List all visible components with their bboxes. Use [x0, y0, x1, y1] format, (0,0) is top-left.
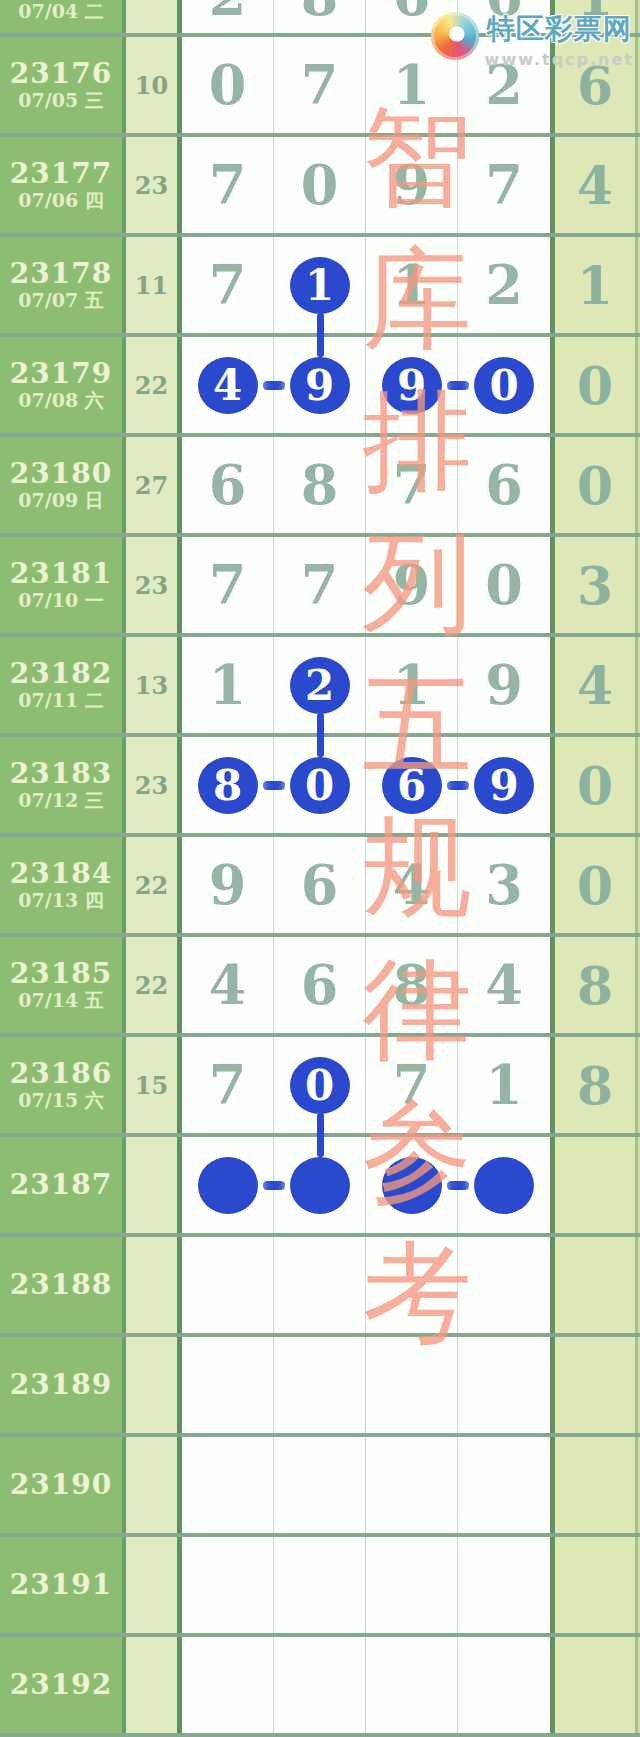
digit-cell: 7 — [366, 1037, 458, 1133]
digit: 8 — [393, 953, 431, 1017]
pailie5-trend-chart: 07/04 二286612317607/05 三10071262317707/0… — [0, 0, 640, 1737]
period-cell: 2318107/10 一 — [0, 537, 122, 633]
units-digit-cell: 0 — [555, 837, 635, 933]
digit-cell: 7 — [182, 537, 274, 633]
digit-cell: 7 — [274, 537, 366, 633]
sum-value: 27 — [135, 471, 168, 500]
digit-cell — [274, 1637, 366, 1733]
sum-value: 23 — [135, 171, 168, 200]
circled-digit: 4 — [198, 357, 258, 414]
digit-cell — [182, 1137, 274, 1233]
digit-cell: 2 — [182, 0, 274, 33]
draw-date: 07/12 三 — [18, 790, 103, 812]
draw-date: 07/14 五 — [18, 990, 103, 1012]
period-number: 23186 — [10, 1058, 112, 1090]
row-23192: 23192 — [0, 1637, 640, 1737]
units-digit-cell: 1 — [555, 237, 635, 333]
digit-cell: 0 — [182, 37, 274, 133]
logo-swirl-icon — [431, 12, 479, 60]
sum-cell: 15 — [126, 1037, 177, 1133]
row-23190: 23190 — [0, 1437, 640, 1537]
digit: 7 — [301, 53, 339, 117]
units-digit-cell — [555, 1237, 635, 1333]
units-digit: 0 — [577, 355, 613, 416]
circled-digit: 0 — [290, 1057, 350, 1114]
connector-dash — [263, 381, 285, 390]
digit-cell: 9 — [366, 537, 458, 633]
digit-cell: 9 — [182, 837, 274, 933]
period-number: 23177 — [10, 158, 112, 190]
units-digit-cell: 8 — [555, 1037, 635, 1133]
units-digit-cell — [555, 1637, 635, 1733]
row-23184: 2318407/13 四2296430 — [0, 837, 640, 937]
digit: 9 — [485, 653, 523, 717]
digit: 8 — [274, 0, 365, 28]
units-digit: 8 — [577, 955, 613, 1016]
row-23185: 2318507/14 五2246848 — [0, 937, 640, 1037]
sum-value: 22 — [135, 871, 168, 900]
sum-cell: 22 — [126, 937, 177, 1033]
digit-cell — [182, 1637, 274, 1733]
period-cell: 2318307/12 三 — [0, 737, 122, 833]
period-number: 23185 — [10, 958, 112, 990]
connector-line — [317, 1113, 324, 1157]
digit-cell — [274, 1437, 366, 1533]
circled-digit: 6 — [382, 757, 442, 814]
period-number: 23181 — [10, 558, 112, 590]
sum-value: 10 — [135, 71, 168, 100]
sum-cell — [126, 1237, 177, 1333]
row-23183: 2318307/12 三2380690 — [0, 737, 640, 837]
sum-cell: 23 — [126, 537, 177, 633]
digit: 0 — [301, 153, 339, 217]
prediction-ball — [474, 1157, 534, 1214]
digit: 6 — [209, 453, 247, 517]
digit: 0 — [485, 553, 523, 617]
units-digit: 4 — [577, 155, 613, 216]
digit-cell: 7 — [274, 37, 366, 133]
period-cell: 23190 — [0, 1437, 122, 1533]
units-digit-cell: 4 — [555, 137, 635, 233]
digit: 7 — [393, 1053, 431, 1117]
period-number: 23178 — [10, 258, 112, 290]
digit-cell — [366, 1237, 458, 1333]
units-digit: 0 — [577, 855, 613, 916]
period-cell: 23192 — [0, 1637, 122, 1733]
digit-cell — [458, 1437, 550, 1533]
digit-cell — [366, 1637, 458, 1733]
digit-cell — [182, 1237, 274, 1333]
units-digit-cell: 8 — [555, 937, 635, 1033]
units-digit: 3 — [577, 555, 613, 616]
draw-date: 07/06 四 — [18, 190, 103, 212]
digit-cell: 4 — [458, 937, 550, 1033]
circled-digit: 0 — [474, 357, 534, 414]
digit-cell: 0 — [274, 137, 366, 233]
digit-cell: 8 — [366, 937, 458, 1033]
digit: 6 — [485, 453, 523, 517]
sum-cell: 23 — [126, 737, 177, 833]
sum-cell: 13 — [126, 637, 177, 733]
digit-cell: 9 — [458, 637, 550, 733]
sum-value: 22 — [135, 371, 168, 400]
sum-value: 23 — [135, 771, 168, 800]
digit: 6 — [301, 953, 339, 1017]
period-number: 23187 — [10, 1169, 112, 1201]
period-cell: 2318207/11 二 — [0, 637, 122, 733]
digit-cell — [458, 1537, 550, 1633]
period-cell: 23191 — [0, 1537, 122, 1633]
row-23177: 2317707/06 四2370974 — [0, 137, 640, 237]
period-number: 23184 — [10, 858, 112, 890]
digit-cell — [182, 1337, 274, 1433]
digit-cell: 2 — [458, 237, 550, 333]
digit-cell: 4 — [366, 837, 458, 933]
digit-cell: 1 — [182, 637, 274, 733]
connector-dash — [263, 781, 285, 790]
circled-digit: 9 — [474, 757, 534, 814]
digit-cell: 9 — [366, 137, 458, 233]
digit: 4 — [209, 953, 247, 1017]
units-digit-cell: 4 — [555, 637, 635, 733]
units-digit-cell: 3 — [555, 537, 635, 633]
units-digit: 0 — [577, 755, 613, 816]
period-cell: 23189 — [0, 1337, 122, 1433]
draw-date: 07/08 六 — [18, 390, 103, 412]
period-number: 23183 — [10, 758, 112, 790]
digit-cell: 7 — [182, 137, 274, 233]
period-cell: 07/04 二 — [0, 0, 122, 33]
digit-cell: 7 — [366, 437, 458, 533]
digit: 7 — [301, 553, 339, 617]
row-23189: 23189 — [0, 1337, 640, 1437]
digit-cell — [274, 1337, 366, 1433]
digit: 7 — [209, 153, 247, 217]
circled-digit: 0 — [290, 757, 350, 814]
period-cell: 2317607/05 三 — [0, 37, 122, 133]
period-cell: 2317907/08 六 — [0, 337, 122, 433]
sum-cell: 27 — [126, 437, 177, 533]
digit-cell — [274, 1537, 366, 1633]
sum-cell: 11 — [126, 237, 177, 333]
digit-cell: 9 — [458, 737, 550, 833]
digit-cell: 7 — [182, 237, 274, 333]
digit-cell: 4 — [182, 337, 274, 433]
circled-digit: 8 — [198, 757, 258, 814]
units-digit-cell — [555, 1437, 635, 1533]
draw-date: 07/13 四 — [18, 890, 103, 912]
units-digit-cell — [555, 1137, 635, 1233]
digit: 1 — [209, 653, 247, 717]
sum-value: 23 — [135, 571, 168, 600]
digit-cell: 1 — [366, 237, 458, 333]
digit-cell: 6 — [274, 837, 366, 933]
circled-digit: 9 — [290, 357, 350, 414]
digit: 9 — [209, 853, 247, 917]
digit-cell — [182, 1437, 274, 1533]
digit-cell: 8 — [274, 0, 366, 33]
digit-cell: 8 — [182, 737, 274, 833]
sum-value: 22 — [135, 971, 168, 1000]
period-number: 23190 — [10, 1469, 112, 1501]
digit-cell — [458, 1237, 550, 1333]
digit: 3 — [485, 853, 523, 917]
digit: 7 — [209, 1053, 247, 1117]
digit: 7 — [393, 453, 431, 517]
digit-cell — [182, 1537, 274, 1633]
digit: 7 — [485, 153, 523, 217]
digit: 1 — [485, 1053, 523, 1117]
digit-cell: 7 — [458, 137, 550, 233]
digit-cell — [458, 1137, 550, 1233]
connector-dash — [263, 1181, 285, 1190]
period-number: 23189 — [10, 1369, 112, 1401]
sum-cell — [126, 1437, 177, 1533]
units-digit: 4 — [577, 655, 613, 716]
digit-cell — [366, 1537, 458, 1633]
connector-line — [317, 313, 324, 357]
circled-digit: 2 — [290, 657, 350, 714]
row-23191: 23191 — [0, 1537, 640, 1637]
draw-date: 07/07 五 — [18, 290, 103, 312]
sum-cell — [126, 0, 177, 33]
sum-cell — [126, 1337, 177, 1433]
digit: 2 — [485, 253, 523, 317]
digit-cell: 6 — [182, 437, 274, 533]
period-cell: 2317807/07 五 — [0, 237, 122, 333]
circled-digit: 9 — [382, 357, 442, 414]
draw-date: 07/10 一 — [18, 590, 103, 612]
units-digit-cell — [555, 1337, 635, 1433]
period-number: 23188 — [10, 1269, 112, 1301]
sum-cell — [126, 1137, 177, 1233]
sum-value: 11 — [135, 271, 168, 300]
units-digit-cell — [555, 1537, 635, 1633]
connector-line — [317, 713, 324, 757]
digit: 4 — [485, 953, 523, 1017]
digit: 1 — [393, 253, 431, 317]
period-number: 23182 — [10, 658, 112, 690]
draw-date: 07/09 日 — [18, 490, 103, 512]
digit-cell: 0 — [458, 537, 550, 633]
row-23180: 2318007/09 日2768760 — [0, 437, 640, 537]
site-logo[interactable]: 特区彩票网 www.tqcp.net — [431, 10, 634, 69]
units-digit: 0 — [577, 455, 613, 516]
digit: 7 — [209, 253, 247, 317]
draw-date: 07/05 三 — [18, 90, 103, 112]
period-number: 23180 — [10, 458, 112, 490]
digit-cell — [366, 1437, 458, 1533]
digit: 1 — [393, 653, 431, 717]
row-23188: 23188 — [0, 1237, 640, 1337]
digit-cell: 9 — [366, 337, 458, 433]
sum-cell — [126, 1537, 177, 1633]
draw-date: 07/15 六 — [18, 1090, 103, 1112]
digit-cell — [458, 1337, 550, 1433]
row-23187: 23187 — [0, 1137, 640, 1237]
circled-digit: 1 — [290, 257, 350, 314]
prediction-ball — [290, 1157, 350, 1214]
logo-site-name: 特区彩票网 — [487, 10, 632, 48]
digit: 2 — [182, 0, 273, 28]
sum-value: 15 — [135, 1071, 168, 1100]
period-cell: 23188 — [0, 1237, 122, 1333]
digit: 0 — [209, 53, 247, 117]
sum-cell: 22 — [126, 337, 177, 433]
draw-date: 07/04 二 — [18, 1, 103, 23]
connector-dash — [447, 781, 469, 790]
digit-cell — [366, 1137, 458, 1233]
sum-cell — [126, 1637, 177, 1733]
units-digit: 8 — [577, 1055, 613, 1116]
period-number: 23179 — [10, 358, 112, 390]
period-cell: 2318607/15 六 — [0, 1037, 122, 1133]
sum-value: 13 — [135, 671, 168, 700]
connector-dash — [447, 381, 469, 390]
units-digit-cell: 0 — [555, 737, 635, 833]
period-number: 23191 — [10, 1569, 112, 1601]
logo-site-url: www.tqcp.net — [485, 50, 634, 69]
digit-cell: 6 — [458, 437, 550, 533]
period-cell: 2317707/06 四 — [0, 137, 122, 233]
prediction-ball — [198, 1157, 258, 1214]
units-digit: 1 — [577, 255, 613, 316]
chart-table: 07/04 二286612317607/05 三10071262317707/0… — [0, 0, 640, 1737]
digit: 9 — [393, 153, 431, 217]
digit: 1 — [393, 53, 431, 117]
digit-cell: 4 — [182, 937, 274, 1033]
row-23181: 2318107/10 一2377903 — [0, 537, 640, 637]
period-number: 23192 — [10, 1669, 112, 1701]
period-cell: 2318007/09 日 — [0, 437, 122, 533]
units-digit-cell: 0 — [555, 337, 635, 433]
connector-dash — [447, 1181, 469, 1190]
digit: 9 — [393, 553, 431, 617]
digit-cell — [458, 1637, 550, 1733]
digit-cell — [274, 1237, 366, 1333]
digit: 7 — [209, 553, 247, 617]
period-cell: 2318407/13 四 — [0, 837, 122, 933]
draw-date: 07/11 二 — [18, 690, 103, 712]
digit-cell: 1 — [458, 1037, 550, 1133]
digit-cell: 3 — [458, 837, 550, 933]
units-digit-cell: 0 — [555, 437, 635, 533]
row-23179: 2317907/08 六2249900 — [0, 337, 640, 437]
sum-cell: 10 — [126, 37, 177, 133]
digit: 8 — [301, 453, 339, 517]
digit-cell: 6 — [366, 737, 458, 833]
period-cell: 2318507/14 五 — [0, 937, 122, 1033]
prediction-ball — [382, 1157, 442, 1214]
digit: 4 — [393, 853, 431, 917]
sum-cell: 23 — [126, 137, 177, 233]
period-number: 23176 — [10, 58, 112, 90]
period-cell: 23187 — [0, 1137, 122, 1233]
digit-cell: 0 — [458, 337, 550, 433]
digit-cell — [366, 1337, 458, 1433]
digit-cell: 7 — [182, 1037, 274, 1133]
digit-cell: 8 — [274, 437, 366, 533]
digit-cell: 1 — [366, 637, 458, 733]
digit: 6 — [301, 853, 339, 917]
digit-cell: 6 — [274, 937, 366, 1033]
sum-cell: 22 — [126, 837, 177, 933]
